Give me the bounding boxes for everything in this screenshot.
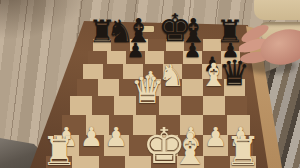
square-g7	[202, 51, 221, 64]
square-f2: ♟	[178, 135, 203, 156]
square-h7: ♟	[221, 51, 240, 64]
square-c4	[114, 96, 136, 115]
square-h4	[225, 96, 247, 115]
square-f1: ♝	[177, 156, 203, 168]
square-e1: ♚	[151, 156, 177, 168]
square-a8: ♜	[93, 39, 111, 51]
square-g3	[203, 115, 227, 135]
square-d3	[133, 115, 157, 135]
square-a2: ♟	[54, 135, 79, 156]
square-a6	[83, 64, 103, 79]
square-e5: ♞	[161, 79, 182, 96]
square-a1: ♜	[46, 156, 72, 168]
square-d1	[125, 156, 151, 168]
square-f6	[182, 64, 202, 79]
square-f7: ♟	[183, 51, 202, 64]
square-f8: ♝	[184, 39, 202, 51]
rank-row-3	[62, 115, 250, 135]
square-h6	[222, 64, 242, 79]
square-c8: ♝	[130, 39, 148, 51]
rank-row-4: ♛	[70, 96, 247, 115]
square-d7	[145, 51, 164, 64]
square-e2	[154, 135, 179, 156]
rank-row-7: ♟♟♟	[88, 51, 240, 64]
square-c6	[123, 64, 143, 79]
square-e3	[156, 115, 180, 135]
square-d6	[143, 64, 163, 79]
square-f3	[180, 115, 204, 135]
square-e6	[163, 64, 183, 79]
brand-sticker	[141, 26, 154, 32]
square-b4	[92, 96, 114, 115]
square-c1	[99, 156, 125, 168]
square-c3	[109, 115, 133, 135]
player-hand	[236, 16, 300, 74]
square-b1	[72, 156, 98, 168]
square-a3	[62, 115, 86, 135]
square-b6	[103, 64, 123, 79]
square-h2: ♟	[228, 135, 253, 156]
square-b3	[86, 115, 110, 135]
rank-row-8: ♜♞♝♚♝♜	[93, 39, 239, 51]
square-b7	[107, 51, 126, 64]
photo-scene: ♜♞♝♚♝♜♟♟♟♟♟♞♝♛♛♟♟♟♟♟♟♜♚♝♜	[0, 0, 300, 168]
square-f5	[182, 79, 203, 96]
square-g6: ♟	[202, 64, 222, 79]
square-e8: ♚	[166, 39, 184, 51]
square-d4: ♛	[136, 96, 158, 115]
square-a5	[77, 79, 98, 96]
square-a4	[70, 96, 92, 115]
square-h3	[227, 115, 251, 135]
square-d5: ♟	[140, 79, 161, 96]
square-h5: ♛	[224, 79, 245, 96]
square-b8: ♞	[111, 39, 129, 51]
square-a7	[88, 51, 107, 64]
square-d8	[148, 39, 166, 51]
square-h8: ♜	[221, 39, 239, 51]
rank-row-2: ♟♟♟♟♟♟	[54, 135, 253, 156]
square-g4	[203, 96, 225, 115]
square-e7	[164, 51, 183, 64]
square-g5: ♝	[203, 79, 224, 96]
rank-row-1: ♜♚♝♜	[46, 156, 256, 168]
square-c5	[119, 79, 140, 96]
square-g2: ♟	[203, 135, 228, 156]
square-b5	[98, 79, 119, 96]
square-b2: ♟	[79, 135, 104, 156]
square-d2	[129, 135, 154, 156]
square-e4	[159, 96, 181, 115]
square-f4	[181, 96, 203, 115]
square-h1: ♜	[230, 156, 256, 168]
square-c7: ♟	[126, 51, 145, 64]
square-g8	[203, 39, 221, 51]
square-c2: ♟	[104, 135, 129, 156]
rank-row-5: ♟♞♝♛	[77, 79, 245, 96]
square-g1	[204, 156, 230, 168]
rank-row-6: ♟	[83, 64, 242, 79]
